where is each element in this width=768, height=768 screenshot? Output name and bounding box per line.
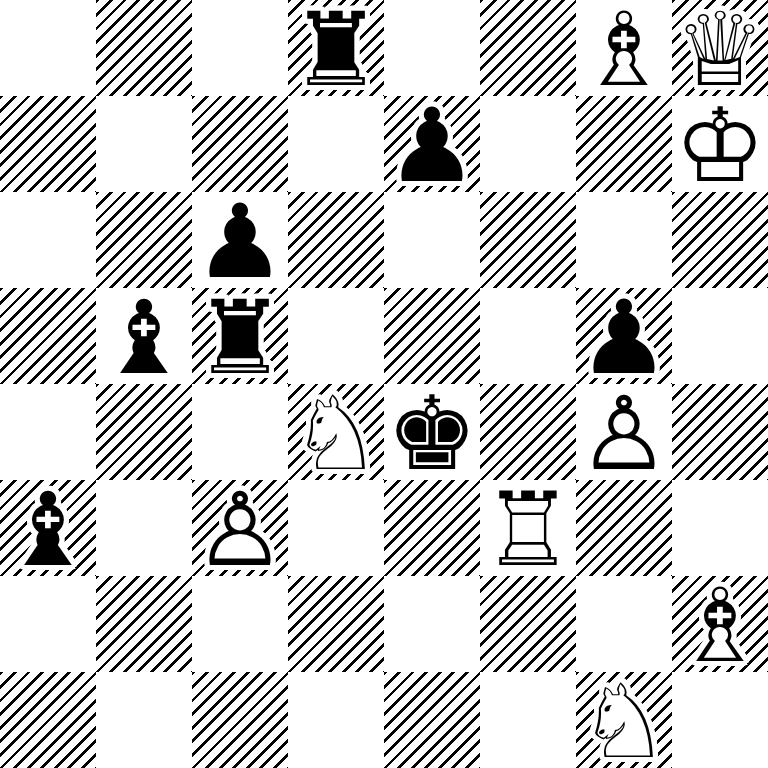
piece-glyph: ♕: [672, 2, 768, 96]
square-c1[interactable]: [192, 672, 288, 768]
square-c7[interactable]: [192, 96, 288, 192]
piece-black-bishop[interactable]: ♝♝: [0, 480, 96, 576]
square-f7[interactable]: [480, 96, 576, 192]
square-c3[interactable]: ♟♙: [192, 480, 288, 576]
square-b5[interactable]: ♝♝: [96, 288, 192, 384]
square-d4[interactable]: ♞♘: [288, 384, 384, 480]
square-g6[interactable]: [576, 192, 672, 288]
piece-glyph: ♜: [192, 290, 288, 384]
piece-black-pawn[interactable]: ♟♟: [192, 192, 288, 288]
square-g2[interactable]: [576, 576, 672, 672]
piece-white-queen[interactable]: ♛♕: [672, 0, 768, 96]
piece-black-king[interactable]: ♚♚: [384, 384, 480, 480]
piece-glyph: ♖: [480, 482, 576, 576]
piece-glyph: ♙: [576, 386, 672, 480]
piece-glyph: ♗: [672, 578, 768, 672]
square-a3[interactable]: ♝♝: [0, 480, 96, 576]
square-e1[interactable]: [384, 672, 480, 768]
square-f5[interactable]: [480, 288, 576, 384]
square-f1[interactable]: [480, 672, 576, 768]
square-f2[interactable]: [480, 576, 576, 672]
piece-white-bishop[interactable]: ♝♗: [576, 0, 672, 96]
piece-white-knight[interactable]: ♞♘: [288, 384, 384, 480]
square-b7[interactable]: [96, 96, 192, 192]
square-h5[interactable]: [672, 288, 768, 384]
piece-black-bishop[interactable]: ♝♝: [96, 288, 192, 384]
square-b6[interactable]: [96, 192, 192, 288]
piece-glyph: ♘: [576, 674, 672, 768]
square-d2[interactable]: [288, 576, 384, 672]
square-a7[interactable]: [0, 96, 96, 192]
square-d7[interactable]: [288, 96, 384, 192]
piece-glyph: ♔: [672, 98, 768, 192]
square-h7[interactable]: ♚♔: [672, 96, 768, 192]
chess-board: ♜♜♝♗♛♕♟♟♚♔♟♟♝♝♜♜♟♟♞♘♚♚♟♙♝♝♟♙♜♖♝♗♞♘: [0, 0, 768, 768]
piece-black-rook[interactable]: ♜♜: [192, 288, 288, 384]
piece-glyph: ♟: [192, 194, 288, 288]
square-b4[interactable]: [96, 384, 192, 480]
square-e5[interactable]: [384, 288, 480, 384]
piece-white-rook[interactable]: ♜♖: [480, 480, 576, 576]
square-h4[interactable]: [672, 384, 768, 480]
square-d1[interactable]: [288, 672, 384, 768]
piece-black-rook[interactable]: ♜♜: [288, 0, 384, 96]
square-a4[interactable]: [0, 384, 96, 480]
square-h2[interactable]: ♝♗: [672, 576, 768, 672]
square-d5[interactable]: [288, 288, 384, 384]
piece-glyph: ♟: [384, 98, 480, 192]
square-a8[interactable]: [0, 0, 96, 96]
square-a6[interactable]: [0, 192, 96, 288]
piece-glyph: ♘: [288, 386, 384, 480]
square-d8[interactable]: ♜♜: [288, 0, 384, 96]
square-f4[interactable]: [480, 384, 576, 480]
square-a2[interactable]: [0, 576, 96, 672]
square-e7[interactable]: ♟♟: [384, 96, 480, 192]
square-f8[interactable]: [480, 0, 576, 96]
square-h8[interactable]: ♛♕: [672, 0, 768, 96]
piece-white-bishop[interactable]: ♝♗: [672, 576, 768, 672]
square-g7[interactable]: [576, 96, 672, 192]
square-a1[interactable]: [0, 672, 96, 768]
square-e4[interactable]: ♚♚: [384, 384, 480, 480]
square-f3[interactable]: ♜♖: [480, 480, 576, 576]
square-c4[interactable]: [192, 384, 288, 480]
piece-glyph: ♗: [576, 2, 672, 96]
piece-black-pawn[interactable]: ♟♟: [384, 96, 480, 192]
square-g5[interactable]: ♟♟: [576, 288, 672, 384]
square-h3[interactable]: [672, 480, 768, 576]
piece-white-king[interactable]: ♚♔: [672, 96, 768, 192]
square-e8[interactable]: [384, 0, 480, 96]
square-e6[interactable]: [384, 192, 480, 288]
square-e3[interactable]: [384, 480, 480, 576]
piece-glyph: ♝: [0, 482, 96, 576]
piece-glyph: ♝: [96, 290, 192, 384]
square-d3[interactable]: [288, 480, 384, 576]
piece-white-knight[interactable]: ♞♘: [576, 672, 672, 768]
piece-white-pawn[interactable]: ♟♙: [192, 480, 288, 576]
square-b8[interactable]: [96, 0, 192, 96]
piece-glyph: ♟: [576, 290, 672, 384]
square-g8[interactable]: ♝♗: [576, 0, 672, 96]
square-b1[interactable]: [96, 672, 192, 768]
piece-glyph: ♙: [192, 482, 288, 576]
piece-white-pawn[interactable]: ♟♙: [576, 384, 672, 480]
square-a5[interactable]: [0, 288, 96, 384]
square-g3[interactable]: [576, 480, 672, 576]
square-f6[interactable]: [480, 192, 576, 288]
piece-glyph: ♜: [288, 2, 384, 96]
square-d6[interactable]: [288, 192, 384, 288]
square-g4[interactable]: ♟♙: [576, 384, 672, 480]
square-c8[interactable]: [192, 0, 288, 96]
square-b2[interactable]: [96, 576, 192, 672]
piece-black-pawn[interactable]: ♟♟: [576, 288, 672, 384]
square-c2[interactable]: [192, 576, 288, 672]
square-g1[interactable]: ♞♘: [576, 672, 672, 768]
square-c6[interactable]: ♟♟: [192, 192, 288, 288]
square-h6[interactable]: [672, 192, 768, 288]
piece-glyph: ♚: [384, 386, 480, 480]
square-h1[interactable]: [672, 672, 768, 768]
square-c5[interactable]: ♜♜: [192, 288, 288, 384]
square-e2[interactable]: [384, 576, 480, 672]
square-b3[interactable]: [96, 480, 192, 576]
